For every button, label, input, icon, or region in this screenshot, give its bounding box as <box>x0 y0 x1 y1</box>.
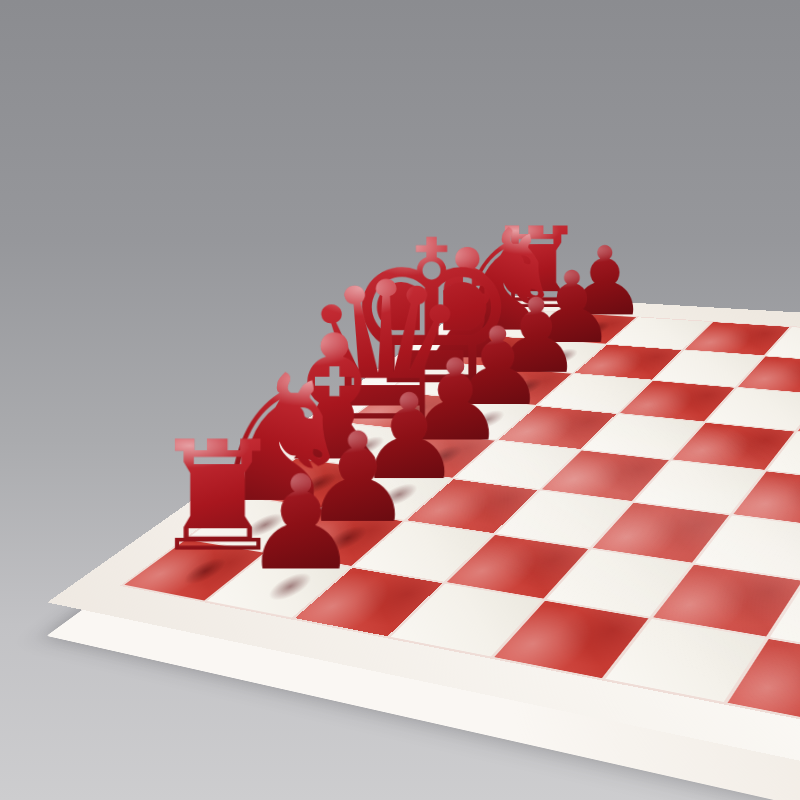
piece-red-pawn-a2[interactable]: ♟ <box>179 458 422 589</box>
board-apron: ♜♞♝♛♚♝♞♜♟♟♟♟♟♟♟♟ <box>47 294 800 800</box>
photo-scene: ♜♞♝♛♚♝♞♜♟♟♟♟♟♟♟♟ <box>0 0 800 800</box>
chessboard: ♜♞♝♛♚♝♞♜♟♟♟♟♟♟♟♟ <box>47 294 800 800</box>
